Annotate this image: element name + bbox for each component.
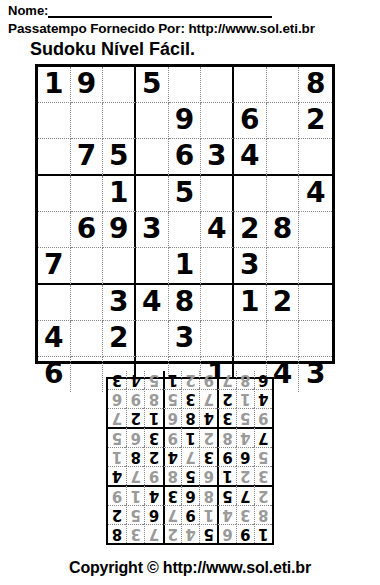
cell-r5c3: 9	[103, 212, 136, 248]
solution-cell-r7c8: 2	[126, 408, 144, 427]
name-label: Nome:	[8, 3, 48, 18]
cell-r6c2	[71, 248, 104, 285]
cell-r7c3: 3	[103, 285, 136, 321]
solution-cell-r3c7: 4	[144, 485, 162, 505]
solution-cell-r6c3: 8	[217, 427, 235, 447]
solution-cell-r1c8: 3	[126, 524, 144, 543]
cell-r5c5	[169, 212, 202, 248]
solution-cell-r9c6: 1	[163, 371, 181, 389]
solution-cell-r2c8: 5	[126, 505, 144, 524]
cell-r3c6: 3	[201, 139, 234, 176]
solution-cell-r5c3: 9	[217, 447, 235, 466]
cell-r8c8	[267, 321, 300, 357]
solution-cell-r6c6: 9	[163, 427, 181, 447]
cell-r4c2	[71, 176, 104, 212]
solution-cell-r8c4: 7	[199, 389, 217, 408]
cell-r2c6	[201, 103, 234, 139]
solution-cell-r3c2: 7	[236, 485, 254, 505]
solution-cell-r9c2: 8	[236, 371, 254, 389]
solution-cell-r7c7: 1	[144, 408, 162, 427]
cell-r5c1	[38, 212, 71, 248]
solution-cell-r1c3: 6	[217, 524, 235, 543]
cell-r7c6	[201, 285, 234, 321]
cell-r3c5: 6	[169, 139, 202, 176]
cell-r4c4	[136, 176, 169, 212]
solution-cell-r5c4: 3	[199, 447, 217, 466]
copyright-text: Copyright © http://www.sol.eti.br	[8, 559, 372, 577]
provider-text: Passatempo Fornecido Por: http://www.sol…	[8, 21, 372, 36]
cell-r2c4	[136, 103, 169, 139]
cell-r6c5: 1	[169, 248, 202, 285]
solution-cell-r7c4: 4	[199, 408, 217, 427]
cell-r7c2	[71, 285, 104, 321]
cell-r8c7	[234, 321, 267, 357]
cell-r2c8	[267, 103, 300, 139]
solution-cell-r7c6: 6	[163, 408, 181, 427]
cell-r3c9	[299, 139, 332, 176]
solution-cell-r3c6: 3	[163, 485, 181, 505]
cell-r8c9	[299, 321, 332, 357]
solution-cell-r2c3: 4	[217, 505, 235, 524]
cell-r7c7: 1	[234, 285, 267, 321]
cell-r1c8	[267, 67, 300, 103]
solution-cell-r1c2: 9	[236, 524, 254, 543]
cell-r8c4	[136, 321, 169, 357]
solution-cell-r2c6: 7	[163, 505, 181, 524]
solution-cell-r2c2: 3	[236, 505, 254, 524]
cell-r7c1	[38, 285, 71, 321]
solution-cell-r6c1: 7	[254, 427, 272, 447]
solution-cell-r6c5: 1	[181, 427, 199, 447]
cell-r6c7: 3	[234, 248, 267, 285]
cell-r5c6: 4	[201, 212, 234, 248]
solution-cell-r5c8: 8	[126, 447, 144, 466]
solution-cell-r1c4: 5	[199, 524, 217, 543]
cell-r3c3: 5	[103, 139, 136, 176]
cell-r1c9: 8	[299, 67, 332, 103]
sudoku-page: Nome: Passatempo Fornecido Por: http://w…	[0, 0, 380, 585]
cell-r6c3	[103, 248, 136, 285]
solution-cell-r9c3: 7	[217, 371, 235, 389]
solution-cell-r2c7: 6	[144, 505, 162, 524]
cell-r7c9	[299, 285, 332, 321]
cell-r2c1	[38, 103, 71, 139]
solution-cell-r3c1: 2	[254, 485, 272, 505]
solution-cell-r8c8: 9	[126, 389, 144, 408]
cell-r5c7: 2	[234, 212, 267, 248]
solution-cell-r4c7: 9	[144, 466, 162, 485]
cell-r4c3: 1	[103, 176, 136, 212]
cell-r4c9: 4	[299, 176, 332, 212]
solution-cell-r3c5: 6	[181, 485, 199, 505]
cell-r6c9	[299, 248, 332, 285]
solution-cell-r2c9: 2	[108, 505, 126, 524]
cell-r3c8	[267, 139, 300, 176]
cell-r7c4: 4	[136, 285, 169, 321]
solution-cell-r8c1: 4	[254, 389, 272, 408]
cell-r2c5: 9	[169, 103, 202, 139]
solution-cell-r3c3: 5	[217, 485, 235, 505]
solution-cell-r4c9: 4	[108, 466, 126, 485]
cell-r4c6	[201, 176, 234, 212]
cell-r1c1: 1	[38, 67, 71, 103]
solution-cell-r8c7: 8	[144, 389, 162, 408]
cell-r6c4	[136, 248, 169, 285]
cell-r8c5: 3	[169, 321, 202, 357]
cell-r5c4: 3	[136, 212, 169, 248]
solution-cell-r7c5: 8	[181, 408, 199, 427]
solution-cell-r8c3: 2	[217, 389, 235, 408]
solution-cell-r8c6: 5	[163, 389, 181, 408]
solution-cell-r1c1: 1	[254, 524, 272, 543]
solution-cell-r7c2: 5	[236, 408, 254, 427]
solution-cell-r2c5: 9	[181, 505, 199, 524]
solution-cell-r7c3: 3	[217, 408, 235, 427]
cell-r7c5: 8	[169, 285, 202, 321]
cell-r6c8	[267, 248, 300, 285]
solution-cell-r5c5: 7	[181, 447, 199, 466]
solution-cell-r4c6: 8	[163, 466, 181, 485]
cell-r1c3	[103, 67, 136, 103]
solution-cell-r4c3: 1	[217, 466, 235, 485]
cell-r9c1: 6	[38, 357, 71, 392]
solution-cell-r9c8: 4	[126, 371, 144, 389]
solution-cell-r3c4: 8	[199, 485, 217, 505]
cell-r1c2: 9	[71, 67, 104, 103]
cell-r7c8: 2	[267, 285, 300, 321]
solution-cell-r1c9: 8	[108, 524, 126, 543]
solution-cell-r5c1: 5	[254, 447, 272, 466]
sudoku-solution-grid-rotated: 1965427388341976522758634193216589745693…	[106, 377, 274, 545]
solution-cell-r7c9: 7	[108, 408, 126, 427]
solution-cell-r6c2: 4	[236, 427, 254, 447]
solution-cell-r6c9: 5	[108, 427, 126, 447]
solution-cell-r8c2: 1	[236, 389, 254, 408]
cell-r8c6	[201, 321, 234, 357]
cell-r4c8	[267, 176, 300, 212]
cell-r4c5: 5	[169, 176, 202, 212]
solution-cell-r6c8: 6	[126, 427, 144, 447]
cell-r1c5	[169, 67, 202, 103]
page-title: Sudoku Nível Fácil.	[30, 39, 372, 60]
name-write-in-line	[48, 3, 272, 18]
solution-cell-r9c5: 2	[181, 371, 199, 389]
cell-r1c7	[234, 67, 267, 103]
solution-cell-r2c4: 1	[199, 505, 217, 524]
solution-cell-r8c9: 6	[108, 389, 126, 408]
cell-r9c9: 3	[299, 357, 332, 392]
cell-r6c1: 7	[38, 248, 71, 285]
cell-r4c1	[38, 176, 71, 212]
cell-r3c7: 4	[234, 139, 267, 176]
solution-cell-r3c8: 1	[126, 485, 144, 505]
cell-r8c1: 4	[38, 321, 71, 357]
solution-cell-r4c1: 3	[254, 466, 272, 485]
solution-cell-r9c7: 5	[144, 371, 162, 389]
solution-cell-r6c7: 3	[144, 427, 162, 447]
solution-cell-r1c7: 7	[144, 524, 162, 543]
solution-cell-r9c9: 3	[108, 371, 126, 389]
solution-cell-r4c8: 7	[126, 466, 144, 485]
solution-cell-r8c5: 3	[181, 389, 199, 408]
solution-cell-r1c5: 4	[181, 524, 199, 543]
cell-r2c3	[103, 103, 136, 139]
solution-cell-r4c5: 5	[181, 466, 199, 485]
name-row: Nome:	[8, 3, 272, 18]
solution-cell-r2c1: 8	[254, 505, 272, 524]
solution-cell-r5c7: 2	[144, 447, 162, 466]
cell-r8c3: 2	[103, 321, 136, 357]
cell-r1c4: 5	[136, 67, 169, 103]
cell-r3c2: 7	[71, 139, 104, 176]
cell-r2c9: 2	[299, 103, 332, 139]
cell-r6c6	[201, 248, 234, 285]
solution-cell-r9c4: 9	[199, 371, 217, 389]
solution-cell-r4c2: 2	[236, 466, 254, 485]
solution-cell-r4c4: 6	[199, 466, 217, 485]
solution-cell-r9c1: 6	[254, 371, 272, 389]
solution-cell-r6c4: 2	[199, 427, 217, 447]
solution-cell-r1c6: 2	[163, 524, 181, 543]
cell-r2c2	[71, 103, 104, 139]
cell-r3c1	[38, 139, 71, 176]
cell-r5c9	[299, 212, 332, 248]
solution-cell-r5c9: 1	[108, 447, 126, 466]
cell-r4c7	[234, 176, 267, 212]
sudoku-grid: 195896275634154693428713348124236143	[35, 64, 335, 364]
cell-r9c2	[71, 357, 104, 392]
solution-cell-r3c9: 9	[108, 485, 126, 505]
solution-cell-r5c6: 4	[163, 447, 181, 466]
cell-r1c6	[201, 67, 234, 103]
solution-cell-r7c1: 9	[254, 408, 272, 427]
cell-r5c8: 8	[267, 212, 300, 248]
cell-r8c2	[71, 321, 104, 357]
solution-cell-r5c2: 6	[236, 447, 254, 466]
cell-r2c7: 6	[234, 103, 267, 139]
cell-r5c2: 6	[71, 212, 104, 248]
cell-r3c4	[136, 139, 169, 176]
